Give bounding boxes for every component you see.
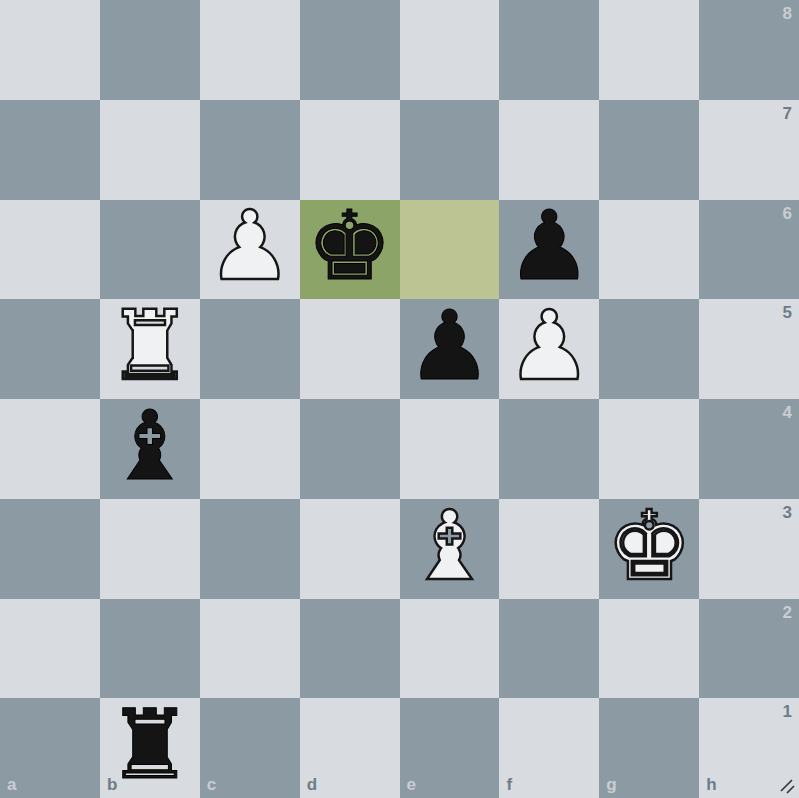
rank-label-2: 2 (783, 603, 792, 623)
square-c7[interactable] (200, 100, 300, 200)
square-a5[interactable] (0, 299, 100, 399)
square-f3[interactable] (499, 499, 599, 599)
square-c1[interactable]: c (200, 698, 300, 798)
square-g6[interactable] (599, 200, 699, 300)
square-c5[interactable] (200, 299, 300, 399)
square-a1[interactable]: a (0, 698, 100, 798)
file-label-e: e (407, 775, 416, 795)
square-g5[interactable] (599, 299, 699, 399)
square-d2[interactable] (300, 599, 400, 699)
square-d4[interactable] (300, 399, 400, 499)
white-pawn[interactable]: ♟ (499, 296, 599, 396)
black-rook[interactable]: ♜ (100, 695, 200, 795)
square-c8[interactable] (200, 0, 300, 100)
square-f8[interactable] (499, 0, 599, 100)
square-g1[interactable]: g (599, 698, 699, 798)
resize-handle[interactable] (777, 776, 797, 796)
square-b1[interactable]: ♜b (100, 698, 200, 798)
white-pawn[interactable]: ♟ (200, 197, 300, 297)
square-a3[interactable] (0, 499, 100, 599)
chess-board: 87♟♚♟6♜♟♟5♝4♝♚32a♜bcdefgh1 (0, 0, 799, 798)
rank-label-8: 8 (783, 4, 792, 24)
square-h5[interactable]: 5 (699, 299, 799, 399)
square-f4[interactable] (499, 399, 599, 499)
square-d3[interactable] (300, 499, 400, 599)
square-d8[interactable] (300, 0, 400, 100)
black-pawn[interactable]: ♟ (499, 197, 599, 297)
square-a2[interactable] (0, 599, 100, 699)
rank-label-1: 1 (783, 702, 792, 722)
rank-label-6: 6 (783, 204, 792, 224)
black-pawn[interactable]: ♟ (400, 296, 500, 396)
square-c4[interactable] (200, 399, 300, 499)
square-a4[interactable] (0, 399, 100, 499)
square-e1[interactable]: e (400, 698, 500, 798)
square-e7[interactable] (400, 100, 500, 200)
white-bishop[interactable]: ♝ (400, 496, 500, 596)
rank-label-4: 4 (783, 403, 792, 423)
file-label-h: h (706, 775, 716, 795)
square-b6[interactable] (100, 200, 200, 300)
square-g7[interactable] (599, 100, 699, 200)
square-g2[interactable] (599, 599, 699, 699)
square-h7[interactable]: 7 (699, 100, 799, 200)
square-d6[interactable]: ♚ (300, 200, 400, 300)
square-f6[interactable]: ♟ (499, 200, 599, 300)
file-label-d: d (307, 775, 317, 795)
square-d5[interactable] (300, 299, 400, 399)
resize-grip-icon (777, 776, 797, 796)
square-h8[interactable]: 8 (699, 0, 799, 100)
square-b3[interactable] (100, 499, 200, 599)
black-king[interactable]: ♚ (300, 197, 400, 297)
square-b5[interactable]: ♜ (100, 299, 200, 399)
square-b4[interactable]: ♝ (100, 399, 200, 499)
square-g8[interactable] (599, 0, 699, 100)
square-f1[interactable]: f (499, 698, 599, 798)
square-g4[interactable] (599, 399, 699, 499)
square-h3[interactable]: 3 (699, 499, 799, 599)
square-e3[interactable]: ♝ (400, 499, 500, 599)
square-h4[interactable]: 4 (699, 399, 799, 499)
square-f2[interactable] (499, 599, 599, 699)
square-b7[interactable] (100, 100, 200, 200)
square-h2[interactable]: 2 (699, 599, 799, 699)
square-b8[interactable] (100, 0, 200, 100)
file-label-a: a (7, 775, 16, 795)
square-a7[interactable] (0, 100, 100, 200)
square-e4[interactable] (400, 399, 500, 499)
rank-label-5: 5 (783, 303, 792, 323)
square-a6[interactable] (0, 200, 100, 300)
square-g3[interactable]: ♚ (599, 499, 699, 599)
square-f5[interactable]: ♟ (499, 299, 599, 399)
rank-label-7: 7 (783, 104, 792, 124)
rank-label-3: 3 (783, 503, 792, 523)
square-c2[interactable] (200, 599, 300, 699)
square-c6[interactable]: ♟ (200, 200, 300, 300)
black-bishop[interactable]: ♝ (100, 396, 200, 496)
square-f7[interactable] (499, 100, 599, 200)
square-e6[interactable] (400, 200, 500, 300)
white-rook[interactable]: ♜ (100, 296, 200, 396)
square-b2[interactable] (100, 599, 200, 699)
square-c3[interactable] (200, 499, 300, 599)
file-label-f: f (506, 775, 512, 795)
square-a8[interactable] (0, 0, 100, 100)
square-h6[interactable]: 6 (699, 200, 799, 300)
square-e8[interactable] (400, 0, 500, 100)
square-e2[interactable] (400, 599, 500, 699)
square-e5[interactable]: ♟ (400, 299, 500, 399)
file-label-c: c (207, 775, 216, 795)
white-king[interactable]: ♚ (599, 496, 699, 596)
square-d7[interactable] (300, 100, 400, 200)
square-d1[interactable]: d (300, 698, 400, 798)
file-label-g: g (606, 775, 616, 795)
